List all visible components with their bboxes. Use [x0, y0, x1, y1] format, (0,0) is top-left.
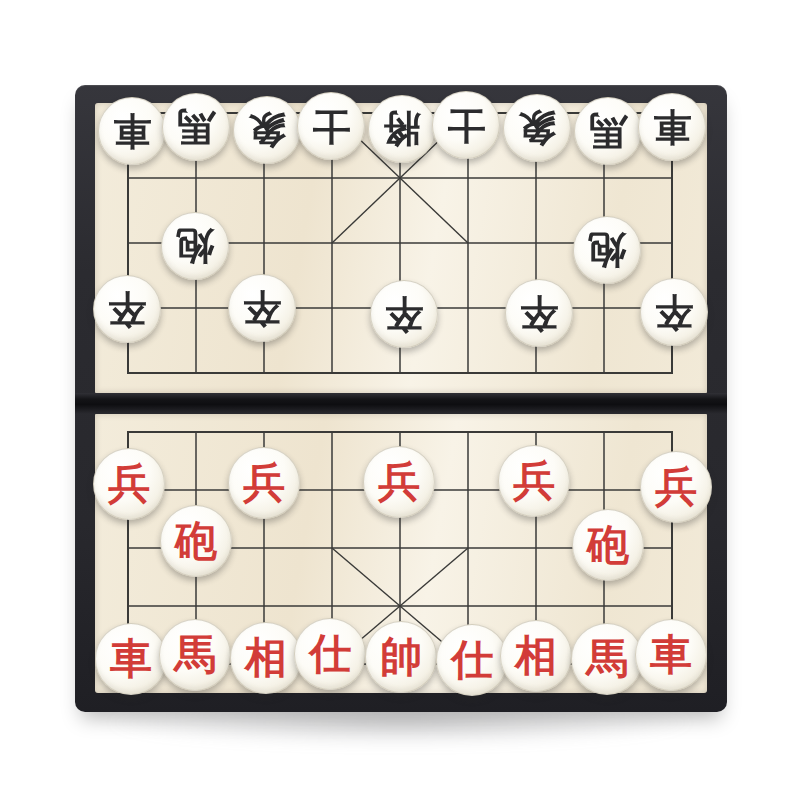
piece-glyph-兵: 兵	[378, 461, 420, 503]
piece-glyph-帥: 帥	[380, 636, 422, 678]
piece-glyph-士: 士	[447, 106, 485, 144]
piece-red-soldier[interactable]: 兵	[498, 445, 570, 517]
piece-black-cannon[interactable]: 炮	[161, 212, 229, 280]
piece-red-cannon[interactable]: 砲	[160, 505, 232, 577]
piece-red-horse[interactable]: 馬	[571, 623, 643, 695]
piece-red-elephant[interactable]: 相	[500, 620, 572, 692]
piece-black-general[interactable]: 將	[368, 95, 436, 163]
piece-glyph-相: 相	[245, 637, 287, 679]
piece-black-soldier[interactable]: 卒	[505, 279, 573, 347]
piece-black-advisor[interactable]: 士	[432, 91, 500, 159]
piece-red-chariot[interactable]: 車	[95, 623, 167, 695]
piece-red-soldier[interactable]: 兵	[363, 446, 435, 518]
piece-glyph-象: 象	[248, 111, 286, 149]
photo-background: 車馬象士將士象馬車炮炮卒卒卒卒卒兵兵兵兵兵砲砲車馬相仕帥仕相馬車	[0, 0, 800, 800]
piece-glyph-兵: 兵	[243, 462, 285, 504]
piece-red-advisor[interactable]: 仕	[294, 618, 366, 690]
piece-glyph-炮: 炮	[176, 227, 214, 265]
piece-glyph-卒: 卒	[520, 294, 558, 332]
piece-red-horse[interactable]: 馬	[159, 619, 231, 691]
piece-glyph-將: 將	[383, 110, 421, 148]
piece-black-chariot[interactable]: 車	[98, 97, 166, 165]
piece-glyph-馬: 馬	[589, 112, 627, 150]
piece-glyph-馬: 馬	[586, 638, 628, 680]
piece-red-soldier[interactable]: 兵	[93, 448, 165, 520]
piece-glyph-炮: 炮	[588, 231, 626, 269]
piece-black-horse[interactable]: 馬	[162, 93, 230, 161]
piece-black-soldier[interactable]: 卒	[93, 275, 161, 343]
piece-glyph-車: 車	[110, 638, 152, 680]
piece-red-soldier[interactable]: 兵	[640, 451, 712, 523]
piece-black-cannon[interactable]: 炮	[573, 216, 641, 284]
piece-glyph-馬: 馬	[174, 634, 216, 676]
piece-glyph-相: 相	[515, 635, 557, 677]
piece-black-elephant[interactable]: 象	[233, 96, 301, 164]
board-fold-hinge	[75, 393, 727, 414]
piece-glyph-車: 車	[650, 634, 692, 676]
piece-red-general[interactable]: 帥	[365, 621, 437, 693]
piece-black-chariot[interactable]: 車	[638, 93, 706, 161]
piece-glyph-卒: 卒	[243, 289, 281, 327]
piece-red-chariot[interactable]: 車	[635, 619, 707, 691]
piece-glyph-砲: 砲	[587, 524, 629, 566]
piece-glyph-兵: 兵	[108, 463, 150, 505]
piece-glyph-車: 車	[113, 112, 151, 150]
piece-glyph-卒: 卒	[655, 293, 693, 331]
xiangqi-board	[75, 85, 727, 712]
piece-black-elephant[interactable]: 象	[503, 94, 571, 162]
piece-glyph-象: 象	[518, 109, 556, 147]
piece-red-soldier[interactable]: 兵	[228, 447, 300, 519]
piece-glyph-車: 車	[653, 108, 691, 146]
piece-red-cannon[interactable]: 砲	[572, 509, 644, 581]
piece-glyph-卒: 卒	[385, 295, 423, 333]
piece-glyph-砲: 砲	[175, 520, 217, 562]
piece-glyph-仕: 仕	[451, 639, 493, 681]
piece-black-soldier[interactable]: 卒	[228, 274, 296, 342]
piece-red-elephant[interactable]: 相	[230, 622, 302, 694]
piece-red-advisor[interactable]: 仕	[436, 624, 508, 696]
piece-glyph-馬: 馬	[177, 108, 215, 146]
piece-black-horse[interactable]: 馬	[574, 97, 642, 165]
piece-glyph-士: 士	[312, 107, 350, 145]
piece-glyph-兵: 兵	[513, 460, 555, 502]
piece-black-soldier[interactable]: 卒	[370, 280, 438, 348]
piece-black-advisor[interactable]: 士	[297, 92, 365, 160]
piece-black-soldier[interactable]: 卒	[640, 278, 708, 346]
piece-glyph-卒: 卒	[108, 290, 146, 328]
piece-glyph-兵: 兵	[655, 466, 697, 508]
piece-glyph-仕: 仕	[309, 633, 351, 675]
